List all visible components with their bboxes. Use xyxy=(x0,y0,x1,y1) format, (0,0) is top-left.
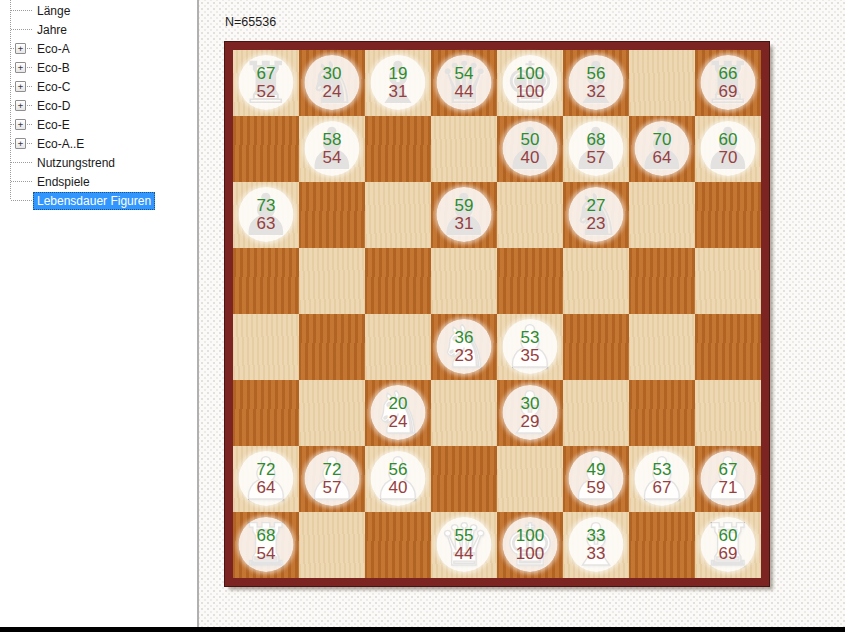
square-d7 xyxy=(431,116,497,182)
square-f5 xyxy=(563,248,629,314)
lifespan-circle-b8: 3024 xyxy=(305,55,360,110)
square-d5 xyxy=(431,248,497,314)
lifespan-value-top: 49 xyxy=(587,460,606,478)
lifespan-circle-h1: 6069 xyxy=(701,517,756,572)
square-g7: ♟7064 xyxy=(629,116,695,182)
square-f3 xyxy=(563,380,629,446)
statistics-tree: LängeJahre+Eco-A+Eco-B+Eco-C+Eco-D+Eco-E… xyxy=(0,0,197,210)
square-d8: ♛5444 xyxy=(431,50,497,116)
lifespan-circle-f8: 5632 xyxy=(569,55,624,110)
tree-item-label: Lebensdauer Figuren xyxy=(33,192,155,210)
lifespan-circle-e8: 100100 xyxy=(503,55,558,110)
lifespan-circle-b7: 5854 xyxy=(305,121,360,176)
square-f2: ♟4959 xyxy=(563,446,629,512)
tree-expand-icon[interactable]: + xyxy=(15,81,26,92)
square-a1: ♜6854 xyxy=(233,512,299,578)
tree-item-label: Eco-E xyxy=(33,116,74,134)
lifespan-value-top: 55 xyxy=(455,526,474,544)
lifespan-circle-f1: 3333 xyxy=(569,517,624,572)
square-b3 xyxy=(299,380,365,446)
lifespan-circle-a2: 7264 xyxy=(239,451,294,506)
lifespan-value-top: 56 xyxy=(389,460,408,478)
sidebar-item-nutzungstrend[interactable]: Nutzungstrend xyxy=(0,153,197,172)
sidebar-item-jahre[interactable]: Jahre xyxy=(0,20,197,39)
lifespan-circle-h7: 6070 xyxy=(701,121,756,176)
square-b4 xyxy=(299,314,365,380)
lifespan-value-bottom: 23 xyxy=(587,214,606,232)
chess-board: ♜6752♞3024♝1931♛5444♚100100♝5632♜6669♟58… xyxy=(225,42,769,586)
square-e2 xyxy=(497,446,563,512)
square-g6 xyxy=(629,182,695,248)
lifespan-value-top: 100 xyxy=(516,526,544,544)
lifespan-value-bottom: 24 xyxy=(389,412,408,430)
lifespan-circle-a1: 6854 xyxy=(239,517,294,572)
tree-item-label: Endspiele xyxy=(33,173,94,191)
lifespan-circle-c3: 2024 xyxy=(371,385,426,440)
tree-expand-icon[interactable]: + xyxy=(15,138,26,149)
lifespan-value-top: 72 xyxy=(257,460,276,478)
square-e6 xyxy=(497,182,563,248)
lifespan-value-top: 58 xyxy=(323,130,342,148)
square-g2: ♟5367 xyxy=(629,446,695,512)
sidebar-item-eco-c[interactable]: +Eco-C xyxy=(0,77,197,96)
sidebar-item-endspiele[interactable]: Endspiele xyxy=(0,172,197,191)
lifespan-value-bottom: 44 xyxy=(455,544,474,562)
square-h7: ♟6070 xyxy=(695,116,761,182)
square-h6 xyxy=(695,182,761,248)
square-e8: ♚100100 xyxy=(497,50,563,116)
square-f8: ♝5632 xyxy=(563,50,629,116)
sidebar-item-eco-d[interactable]: +Eco-D xyxy=(0,96,197,115)
square-c3: ♞2024 xyxy=(365,380,431,446)
lifespan-value-top: 60 xyxy=(719,526,738,544)
square-g5 xyxy=(629,248,695,314)
lifespan-circle-e4: 5335 xyxy=(503,319,558,374)
square-a6: ♟7363 xyxy=(233,182,299,248)
lifespan-value-bottom: 31 xyxy=(389,82,408,100)
lifespan-value-bottom: 24 xyxy=(323,82,342,100)
square-b2: ♟7257 xyxy=(299,446,365,512)
sample-size-label: N=65536 xyxy=(225,15,276,29)
lifespan-value-top: 53 xyxy=(521,328,540,346)
lifespan-value-top: 50 xyxy=(521,130,540,148)
square-e3: ♝3029 xyxy=(497,380,563,446)
lifespan-circle-g7: 7064 xyxy=(635,121,690,176)
statistics-sidebar: LängeJahre+Eco-A+Eco-B+Eco-C+Eco-D+Eco-E… xyxy=(0,0,199,627)
lifespan-value-bottom: 54 xyxy=(257,544,276,562)
lifespan-circle-e3: 3029 xyxy=(503,385,558,440)
square-c2: ♟5640 xyxy=(365,446,431,512)
lifespan-circle-b2: 7257 xyxy=(305,451,360,506)
lifespan-value-top: 54 xyxy=(455,64,474,82)
window-bottom-edge xyxy=(0,627,845,632)
tree-item-label: Jahre xyxy=(33,21,71,39)
lifespan-value-top: 27 xyxy=(587,196,606,214)
square-d6: ♟5931 xyxy=(431,182,497,248)
square-e4: ♟5335 xyxy=(497,314,563,380)
lifespan-circle-d4: 3623 xyxy=(437,319,492,374)
square-b5 xyxy=(299,248,365,314)
lifespan-value-top: 70 xyxy=(653,130,672,148)
square-g1 xyxy=(629,512,695,578)
lifespan-value-top: 100 xyxy=(516,64,544,82)
square-c7 xyxy=(365,116,431,182)
lifespan-value-top: 30 xyxy=(521,394,540,412)
tree-item-label: Länge xyxy=(33,2,74,20)
lifespan-circle-f6: 2723 xyxy=(569,187,624,242)
lifespan-value-top: 67 xyxy=(257,64,276,82)
lifespan-value-bottom: 40 xyxy=(389,478,408,496)
square-f1: ♝3333 xyxy=(563,512,629,578)
square-h8: ♜6669 xyxy=(695,50,761,116)
sidebar-item-lebensdauer-figuren[interactable]: Lebensdauer Figuren xyxy=(0,191,197,210)
sidebar-item-laenge[interactable]: Länge xyxy=(0,1,197,20)
lifespan-value-bottom: 59 xyxy=(587,478,606,496)
square-b8: ♞3024 xyxy=(299,50,365,116)
square-a5 xyxy=(233,248,299,314)
lifespan-value-bottom: 64 xyxy=(653,148,672,166)
square-c8: ♝1931 xyxy=(365,50,431,116)
tree-item-label: Eco-A..E xyxy=(33,135,88,153)
tree-item-label: Eco-C xyxy=(33,78,74,96)
square-a8: ♜6752 xyxy=(233,50,299,116)
square-f7: ♟6857 xyxy=(563,116,629,182)
square-b1 xyxy=(299,512,365,578)
lifespan-value-top: 19 xyxy=(389,64,408,82)
square-a2: ♟7264 xyxy=(233,446,299,512)
square-d1: ♛5544 xyxy=(431,512,497,578)
square-c1 xyxy=(365,512,431,578)
square-b6 xyxy=(299,182,365,248)
sidebar-item-eco-e[interactable]: +Eco-E xyxy=(0,115,197,134)
lifespan-value-bottom: 31 xyxy=(455,214,474,232)
square-c6 xyxy=(365,182,431,248)
square-f6: ♞2723 xyxy=(563,182,629,248)
tree-expand-icon[interactable]: + xyxy=(15,43,26,54)
square-g8 xyxy=(629,50,695,116)
square-a4 xyxy=(233,314,299,380)
lifespan-circle-d8: 5444 xyxy=(437,55,492,110)
lifespan-value-bottom: 33 xyxy=(587,544,606,562)
lifespan-value-top: 20 xyxy=(389,394,408,412)
square-h1: ♜6069 xyxy=(695,512,761,578)
lifespan-value-bottom: 63 xyxy=(257,214,276,232)
lifespan-value-top: 33 xyxy=(587,526,606,544)
square-g3 xyxy=(629,380,695,446)
sidebar-item-eco-a[interactable]: +Eco-A xyxy=(0,39,197,58)
square-a7 xyxy=(233,116,299,182)
square-h5 xyxy=(695,248,761,314)
lifespan-circle-f7: 6857 xyxy=(569,121,624,176)
lifespan-circle-e7: 5040 xyxy=(503,121,558,176)
lifespan-circle-a8: 6752 xyxy=(239,55,294,110)
lifespan-value-top: 68 xyxy=(587,130,606,148)
square-h3 xyxy=(695,380,761,446)
lifespan-value-top: 59 xyxy=(455,196,474,214)
tree-item-label: Nutzungstrend xyxy=(33,154,119,172)
lifespan-circle-c8: 1931 xyxy=(371,55,426,110)
lifespan-value-bottom: 100 xyxy=(516,82,544,100)
square-d3 xyxy=(431,380,497,446)
lifespan-value-top: 30 xyxy=(323,64,342,82)
lifespan-value-bottom: 71 xyxy=(719,478,738,496)
square-h4 xyxy=(695,314,761,380)
square-a3 xyxy=(233,380,299,446)
lifespan-value-top: 53 xyxy=(653,460,672,478)
tree-item-label: Eco-A xyxy=(33,40,74,58)
tree-expand-icon[interactable]: + xyxy=(15,62,26,73)
lifespan-circle-g2: 5367 xyxy=(635,451,690,506)
lifespan-value-bottom: 35 xyxy=(521,346,540,364)
square-h2: ♟6771 xyxy=(695,446,761,512)
square-d2 xyxy=(431,446,497,512)
lifespan-value-bottom: 57 xyxy=(587,148,606,166)
statistics-panel: N=65536 ♜6752♞3024♝1931♛5444♚100100♝5632… xyxy=(199,0,845,627)
lifespan-value-bottom: 100 xyxy=(516,544,544,562)
board-grid: ♜6752♞3024♝1931♛5444♚100100♝5632♜6669♟58… xyxy=(233,50,761,578)
tree-expand-icon[interactable]: + xyxy=(15,100,26,111)
lifespan-value-top: 72 xyxy=(323,460,342,478)
lifespan-circle-d6: 5931 xyxy=(437,187,492,242)
tree-expand-icon[interactable]: + xyxy=(15,119,26,130)
lifespan-circle-f2: 4959 xyxy=(569,451,624,506)
tree-item-label: Eco-B xyxy=(33,59,74,77)
lifespan-value-bottom: 54 xyxy=(323,148,342,166)
lifespan-value-bottom: 70 xyxy=(719,148,738,166)
square-e7: ♟5040 xyxy=(497,116,563,182)
lifespan-circle-a6: 7363 xyxy=(239,187,294,242)
lifespan-value-bottom: 40 xyxy=(521,148,540,166)
square-g4 xyxy=(629,314,695,380)
lifespan-value-bottom: 69 xyxy=(719,544,738,562)
lifespan-circle-h2: 6771 xyxy=(701,451,756,506)
square-c4 xyxy=(365,314,431,380)
sidebar-item-eco-a-e[interactable]: +Eco-A..E xyxy=(0,134,197,153)
sidebar-item-eco-b[interactable]: +Eco-B xyxy=(0,58,197,77)
lifespan-value-bottom: 67 xyxy=(653,478,672,496)
square-e5 xyxy=(497,248,563,314)
lifespan-value-bottom: 64 xyxy=(257,478,276,496)
lifespan-circle-d1: 5544 xyxy=(437,517,492,572)
tree-item-label: Eco-D xyxy=(33,97,74,115)
lifespan-value-top: 68 xyxy=(257,526,276,544)
lifespan-value-bottom: 23 xyxy=(455,346,474,364)
lifespan-value-bottom: 57 xyxy=(323,478,342,496)
lifespan-circle-e1: 100100 xyxy=(503,517,558,572)
lifespan-circle-c2: 5640 xyxy=(371,451,426,506)
lifespan-value-top: 36 xyxy=(455,328,474,346)
lifespan-value-bottom: 69 xyxy=(719,82,738,100)
lifespan-value-top: 60 xyxy=(719,130,738,148)
lifespan-value-top: 67 xyxy=(719,460,738,478)
lifespan-circle-h8: 6669 xyxy=(701,55,756,110)
lifespan-value-bottom: 32 xyxy=(587,82,606,100)
square-b7: ♟5854 xyxy=(299,116,365,182)
lifespan-value-top: 56 xyxy=(587,64,606,82)
lifespan-value-bottom: 52 xyxy=(257,82,276,100)
lifespan-value-top: 73 xyxy=(257,196,276,214)
lifespan-value-bottom: 44 xyxy=(455,82,474,100)
square-d4: ♞3623 xyxy=(431,314,497,380)
square-e1: ♚100100 xyxy=(497,512,563,578)
lifespan-value-bottom: 29 xyxy=(521,412,540,430)
lifespan-value-top: 66 xyxy=(719,64,738,82)
square-f4 xyxy=(563,314,629,380)
square-c5 xyxy=(365,248,431,314)
